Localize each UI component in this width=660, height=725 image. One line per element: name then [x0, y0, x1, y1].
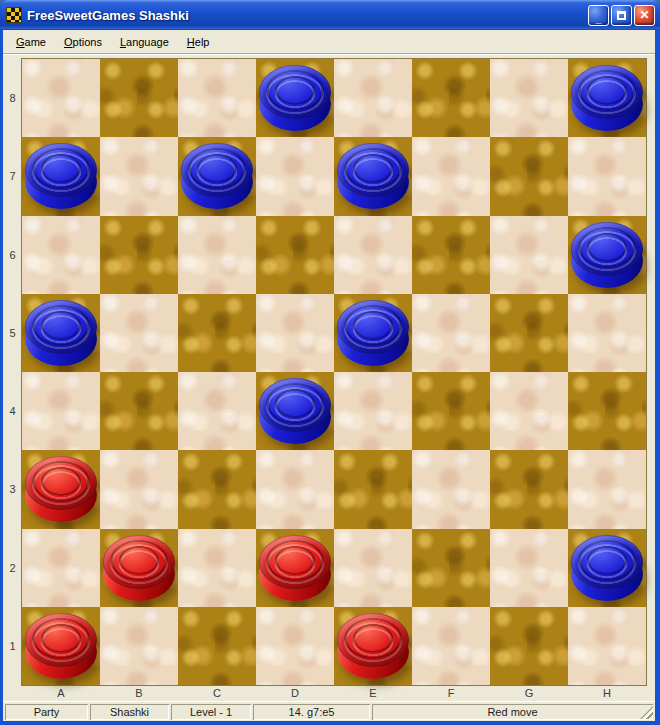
square-g6[interactable] [490, 216, 568, 294]
square-g8[interactable] [490, 59, 568, 137]
status-party: Party [5, 704, 88, 720]
blue-checker-a7[interactable] [24, 142, 98, 210]
blue-checker-h6[interactable] [570, 221, 644, 289]
square-a4[interactable] [22, 372, 100, 450]
app-window: FreeSweetGames Shashki _ ✕ Game Options … [0, 0, 660, 725]
square-e3[interactable] [334, 450, 412, 528]
red-checker-a3[interactable] [24, 455, 98, 523]
play-area: 8 7 6 5 4 3 2 1 A B C D [3, 54, 655, 701]
square-h4[interactable] [568, 372, 646, 450]
square-b8[interactable] [100, 59, 178, 137]
checker-top [337, 613, 409, 667]
rank-label-2: 2 [3, 529, 22, 607]
square-g4[interactable] [490, 372, 568, 450]
menu-game[interactable]: Game [7, 32, 55, 52]
square-c8[interactable] [178, 59, 256, 137]
square-a5[interactable] [22, 294, 100, 372]
blue-checker-h8[interactable] [570, 64, 644, 132]
checker-top [181, 143, 253, 197]
square-c4[interactable] [178, 372, 256, 450]
file-label-g: G [490, 685, 568, 701]
close-button[interactable]: ✕ [634, 5, 655, 26]
red-checker-a1[interactable] [24, 612, 98, 680]
checker-top [571, 535, 643, 589]
menu-language[interactable]: Language [111, 32, 178, 52]
square-e4[interactable] [334, 372, 412, 450]
square-e1[interactable] [334, 607, 412, 685]
minimize-button[interactable]: _ [588, 5, 609, 26]
square-d6[interactable] [256, 216, 334, 294]
blue-checker-h2[interactable] [570, 534, 644, 602]
file-label-c: C [178, 685, 256, 701]
square-g1[interactable] [490, 607, 568, 685]
square-d4[interactable] [256, 372, 334, 450]
red-checker-b2[interactable] [102, 534, 176, 602]
file-label-e: E [334, 685, 412, 701]
file-label-f: F [412, 685, 490, 701]
square-b5[interactable] [100, 294, 178, 372]
square-a6[interactable] [22, 216, 100, 294]
square-a3[interactable] [22, 450, 100, 528]
square-b7[interactable] [100, 137, 178, 215]
square-e6[interactable] [334, 216, 412, 294]
square-d1[interactable] [256, 607, 334, 685]
rank-label-1: 1 [3, 607, 22, 685]
rank-label-6: 6 [3, 216, 22, 294]
square-g2[interactable] [490, 529, 568, 607]
square-c2[interactable] [178, 529, 256, 607]
status-last-move: 14. g7:e5 [253, 704, 370, 720]
square-e5[interactable] [334, 294, 412, 372]
file-label-a: A [22, 685, 100, 701]
square-h3[interactable] [568, 450, 646, 528]
checker-top [571, 222, 643, 276]
checker-top [25, 143, 97, 197]
square-c6[interactable] [178, 216, 256, 294]
square-d8[interactable] [256, 59, 334, 137]
menubar: Game Options Language Help [3, 30, 655, 54]
square-c7[interactable] [178, 137, 256, 215]
square-d7[interactable] [256, 137, 334, 215]
rank-label-4: 4 [3, 372, 22, 450]
square-h6[interactable] [568, 216, 646, 294]
square-b3[interactable] [100, 450, 178, 528]
status-turn: Red move [372, 704, 653, 720]
square-g3[interactable] [490, 450, 568, 528]
checker-top [259, 65, 331, 119]
titlebar: FreeSweetGames Shashki _ ✕ [0, 0, 660, 30]
square-h5[interactable] [568, 294, 646, 372]
blue-checker-e5[interactable] [336, 299, 410, 367]
app-icon [6, 7, 22, 23]
square-f5[interactable] [412, 294, 490, 372]
square-f4[interactable] [412, 372, 490, 450]
rank-label-7: 7 [3, 137, 22, 215]
square-c5[interactable] [178, 294, 256, 372]
statusbar: Party Shashki Level - 1 14. g7:e5 Red mo… [3, 701, 655, 721]
square-c1[interactable] [178, 607, 256, 685]
blue-checker-d8[interactable] [258, 64, 332, 132]
square-b4[interactable] [100, 372, 178, 450]
square-f1[interactable] [412, 607, 490, 685]
square-h2[interactable] [568, 529, 646, 607]
square-b6[interactable] [100, 216, 178, 294]
checker-top [25, 456, 97, 510]
checker-top [259, 535, 331, 589]
blue-checker-c7[interactable] [180, 142, 254, 210]
red-checker-d2[interactable] [258, 534, 332, 602]
blue-checker-a5[interactable] [24, 299, 98, 367]
board-right-gap [646, 59, 655, 685]
file-label-b: B [100, 685, 178, 701]
window-body: Game Options Language Help 8 7 6 5 4 3 2… [3, 30, 655, 721]
menu-options[interactable]: Options [55, 32, 111, 52]
square-f6[interactable] [412, 216, 490, 294]
square-e2[interactable] [334, 529, 412, 607]
square-g7[interactable] [490, 137, 568, 215]
blue-checker-e7[interactable] [336, 142, 410, 210]
board [22, 59, 646, 685]
square-d2[interactable] [256, 529, 334, 607]
square-a1[interactable] [22, 607, 100, 685]
square-d5[interactable] [256, 294, 334, 372]
file-label-d: D [256, 685, 334, 701]
square-f3[interactable] [412, 450, 490, 528]
square-a7[interactable] [22, 137, 100, 215]
square-e7[interactable] [334, 137, 412, 215]
square-c3[interactable] [178, 450, 256, 528]
square-b2[interactable] [100, 529, 178, 607]
square-h8[interactable] [568, 59, 646, 137]
checker-top [25, 300, 97, 354]
window-title: FreeSweetGames Shashki [27, 8, 588, 23]
square-f7[interactable] [412, 137, 490, 215]
checker-top [571, 65, 643, 119]
rank-label-5: 5 [3, 294, 22, 372]
rank-label-3: 3 [3, 450, 22, 528]
square-f8[interactable] [412, 59, 490, 137]
checker-top [337, 143, 409, 197]
file-labels: A B C D E F G H [22, 685, 646, 701]
square-h1[interactable] [568, 607, 646, 685]
checker-top [337, 300, 409, 354]
square-d3[interactable] [256, 450, 334, 528]
file-label-h: H [568, 685, 646, 701]
blue-checker-d4[interactable] [258, 377, 332, 445]
menu-help[interactable]: Help [178, 32, 219, 52]
maximize-button[interactable] [611, 5, 632, 26]
square-b1[interactable] [100, 607, 178, 685]
square-h7[interactable] [568, 137, 646, 215]
square-e8[interactable] [334, 59, 412, 137]
checker-top [103, 535, 175, 589]
status-game-name: Shashki [90, 704, 169, 720]
red-checker-e1[interactable] [336, 612, 410, 680]
square-f2[interactable] [412, 529, 490, 607]
square-a8[interactable] [22, 59, 100, 137]
checker-top [25, 613, 97, 667]
square-g5[interactable] [490, 294, 568, 372]
rank-label-8: 8 [3, 59, 22, 137]
files-corner [3, 685, 22, 701]
rank-labels: 8 7 6 5 4 3 2 1 [3, 59, 22, 685]
square-a2[interactable] [22, 529, 100, 607]
status-level: Level - 1 [171, 704, 251, 720]
checker-top [259, 378, 331, 432]
